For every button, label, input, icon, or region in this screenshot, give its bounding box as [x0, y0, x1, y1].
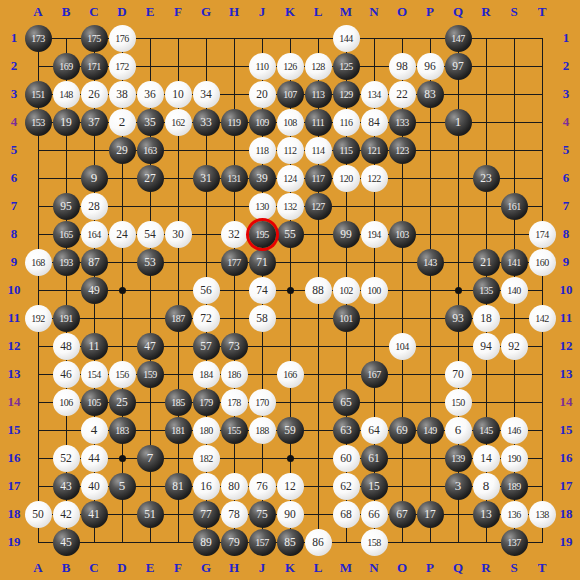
bottom-column-label: D [108, 558, 136, 578]
black-stone: 67 [389, 501, 416, 528]
white-stone: 66 [361, 501, 388, 528]
black-stone: 93 [445, 305, 472, 332]
black-stone: 157 [249, 529, 276, 556]
black-stone: 115 [333, 137, 360, 164]
black-stone: 103 [389, 221, 416, 248]
white-stone: 34 [193, 81, 220, 108]
bottom-column-label: C [80, 558, 108, 578]
left-row-label: 6 [0, 168, 28, 188]
black-stone: 131 [221, 165, 248, 192]
black-stone: 27 [137, 165, 164, 192]
white-stone: 88 [305, 277, 332, 304]
black-stone: 33 [193, 109, 220, 136]
left-row-label: 13 [0, 364, 28, 384]
black-stone: 83 [417, 81, 444, 108]
left-row-label: 14 [0, 392, 28, 412]
top-column-label: T [528, 2, 556, 22]
black-stone: 155 [221, 417, 248, 444]
black-stone: 17 [417, 501, 444, 528]
top-column-label: H [220, 2, 248, 22]
white-stone: 2 [109, 109, 136, 136]
black-stone: 65 [333, 389, 360, 416]
white-stone: 188 [249, 417, 276, 444]
white-stone: 12 [277, 473, 304, 500]
top-column-label: N [360, 2, 388, 22]
white-stone: 20 [249, 81, 276, 108]
right-row-label: 3 [552, 84, 580, 104]
black-stone: 153 [25, 109, 52, 136]
white-stone: 30 [165, 221, 192, 248]
right-row-label: 9 [552, 252, 580, 272]
white-stone: 14 [473, 445, 500, 472]
black-stone: 187 [165, 305, 192, 332]
white-stone: 126 [277, 53, 304, 80]
white-stone: 164 [81, 221, 108, 248]
top-column-label: J [248, 2, 276, 22]
white-stone: 162 [165, 109, 192, 136]
black-stone: 123 [389, 137, 416, 164]
right-row-label: 7 [552, 196, 580, 216]
top-column-label: Q [444, 2, 472, 22]
black-stone: 25 [109, 389, 136, 416]
left-row-label: 17 [0, 476, 28, 496]
star-point [119, 455, 126, 462]
white-stone: 16 [193, 473, 220, 500]
white-stone: 190 [501, 445, 528, 472]
white-stone: 4 [81, 417, 108, 444]
white-stone: 176 [109, 25, 136, 52]
left-row-label: 12 [0, 336, 28, 356]
top-column-label: K [276, 2, 304, 22]
black-stone: 43 [53, 473, 80, 500]
black-stone: 45 [53, 529, 80, 556]
white-stone: 52 [53, 445, 80, 472]
white-stone: 144 [333, 25, 360, 52]
black-stone: 133 [389, 109, 416, 136]
black-stone: 117 [305, 165, 332, 192]
black-stone-last-move: 195 [249, 221, 276, 248]
black-stone: 35 [137, 109, 164, 136]
white-stone: 28 [81, 193, 108, 220]
black-stone: 55 [277, 221, 304, 248]
black-stone: 9 [81, 165, 108, 192]
black-stone: 179 [193, 389, 220, 416]
bottom-column-label: H [220, 558, 248, 578]
top-column-label: C [80, 2, 108, 22]
black-stone: 125 [333, 53, 360, 80]
black-stone: 139 [445, 445, 472, 472]
black-stone: 29 [109, 137, 136, 164]
white-stone: 166 [277, 361, 304, 388]
black-stone: 5 [109, 473, 136, 500]
bottom-column-label: M [332, 558, 360, 578]
white-stone: 138 [529, 501, 556, 528]
white-stone: 118 [249, 137, 276, 164]
white-stone: 38 [109, 81, 136, 108]
bottom-column-label: N [360, 558, 388, 578]
white-stone: 102 [333, 277, 360, 304]
white-stone: 174 [529, 221, 556, 248]
right-row-label: 16 [552, 448, 580, 468]
white-stone: 48 [53, 333, 80, 360]
black-stone: 189 [501, 473, 528, 500]
top-column-label: O [388, 2, 416, 22]
black-stone: 79 [221, 529, 248, 556]
left-row-label: 2 [0, 56, 28, 76]
black-stone: 113 [305, 81, 332, 108]
left-row-label: 16 [0, 448, 28, 468]
top-column-label: S [500, 2, 528, 22]
white-stone: 140 [501, 277, 528, 304]
bottom-column-label: T [528, 558, 556, 578]
white-stone: 18 [473, 305, 500, 332]
bottom-column-label: Q [444, 558, 472, 578]
white-stone: 130 [249, 193, 276, 220]
white-stone: 114 [305, 137, 332, 164]
right-row-label: 15 [552, 420, 580, 440]
right-row-label: 12 [552, 336, 580, 356]
right-row-label: 17 [552, 476, 580, 496]
bottom-column-label: L [304, 558, 332, 578]
bottom-column-label: E [136, 558, 164, 578]
white-stone: 192 [25, 305, 52, 332]
right-row-label: 8 [552, 224, 580, 244]
black-stone: 87 [81, 249, 108, 276]
top-column-label: F [164, 2, 192, 22]
black-stone: 121 [361, 137, 388, 164]
bottom-column-label: B [52, 558, 80, 578]
left-row-label: 11 [0, 308, 28, 328]
left-row-label: 15 [0, 420, 28, 440]
bottom-column-label: F [164, 558, 192, 578]
black-stone: 111 [305, 109, 332, 136]
white-stone: 132 [277, 193, 304, 220]
white-stone: 6 [445, 417, 472, 444]
black-stone: 175 [81, 25, 108, 52]
black-stone: 69 [389, 417, 416, 444]
black-stone: 167 [361, 361, 388, 388]
black-stone: 159 [137, 361, 164, 388]
top-column-label: M [332, 2, 360, 22]
white-stone: 80 [221, 473, 248, 500]
white-stone: 184 [193, 361, 220, 388]
white-stone: 40 [81, 473, 108, 500]
bottom-column-label: G [192, 558, 220, 578]
white-stone: 110 [249, 53, 276, 80]
white-stone: 92 [501, 333, 528, 360]
white-stone: 156 [109, 361, 136, 388]
black-stone: 99 [333, 221, 360, 248]
white-stone: 178 [221, 389, 248, 416]
black-stone: 3 [445, 473, 472, 500]
top-column-label: G [192, 2, 220, 22]
white-stone: 10 [165, 81, 192, 108]
white-stone: 170 [249, 389, 276, 416]
black-stone: 19 [53, 109, 80, 136]
white-stone: 128 [305, 53, 332, 80]
right-row-label: 1 [552, 28, 580, 48]
left-row-label: 7 [0, 196, 28, 216]
white-stone: 8 [473, 473, 500, 500]
black-stone: 11 [81, 333, 108, 360]
right-row-label: 18 [552, 504, 580, 524]
bottom-column-label: K [276, 558, 304, 578]
black-stone: 171 [81, 53, 108, 80]
black-stone: 77 [193, 501, 220, 528]
black-stone: 163 [137, 137, 164, 164]
black-stone: 161 [501, 193, 528, 220]
black-stone: 75 [249, 501, 276, 528]
white-stone: 158 [361, 529, 388, 556]
white-stone: 84 [361, 109, 388, 136]
star-point [455, 287, 462, 294]
right-row-label: 5 [552, 140, 580, 160]
black-stone: 193 [53, 249, 80, 276]
top-column-label: E [136, 2, 164, 22]
white-stone: 160 [529, 249, 556, 276]
bottom-column-label: S [500, 558, 528, 578]
white-stone: 124 [277, 165, 304, 192]
white-stone: 104 [389, 333, 416, 360]
left-row-label: 3 [0, 84, 28, 104]
grid-line [430, 38, 431, 543]
black-stone: 57 [193, 333, 220, 360]
black-stone: 73 [221, 333, 248, 360]
black-stone: 147 [445, 25, 472, 52]
black-stone: 107 [277, 81, 304, 108]
right-row-label: 13 [552, 364, 580, 384]
top-column-label: A [24, 2, 52, 22]
white-stone: 100 [361, 277, 388, 304]
white-stone: 106 [53, 389, 80, 416]
black-stone: 53 [137, 249, 164, 276]
white-stone: 120 [333, 165, 360, 192]
star-point [287, 455, 294, 462]
bottom-column-label: A [24, 558, 52, 578]
black-stone: 41 [81, 501, 108, 528]
bottom-column-label: O [388, 558, 416, 578]
white-stone: 74 [249, 277, 276, 304]
black-stone: 97 [445, 53, 472, 80]
black-stone: 89 [193, 529, 220, 556]
black-stone: 39 [249, 165, 276, 192]
white-stone: 68 [333, 501, 360, 528]
top-column-label: D [108, 2, 136, 22]
right-row-label: 10 [552, 280, 580, 300]
black-stone: 151 [25, 81, 52, 108]
left-row-label: 1 [0, 28, 28, 48]
left-row-label: 8 [0, 224, 28, 244]
white-stone: 26 [81, 81, 108, 108]
go-board[interactable]: AABBCCDDEEFFGGHHJJKKLLMMNNOOPPQQRRSSTT11… [0, 0, 580, 580]
black-stone: 149 [417, 417, 444, 444]
white-stone: 70 [445, 361, 472, 388]
right-row-label: 6 [552, 168, 580, 188]
white-stone: 44 [81, 445, 108, 472]
white-stone: 32 [221, 221, 248, 248]
black-stone: 23 [473, 165, 500, 192]
white-stone: 142 [529, 305, 556, 332]
black-stone: 181 [165, 417, 192, 444]
black-stone: 63 [333, 417, 360, 444]
white-stone: 54 [137, 221, 164, 248]
white-stone: 150 [445, 389, 472, 416]
bottom-column-label: R [472, 558, 500, 578]
white-stone: 112 [277, 137, 304, 164]
white-stone: 98 [389, 53, 416, 80]
white-stone: 168 [25, 249, 52, 276]
black-stone: 145 [473, 417, 500, 444]
grid-line [38, 346, 543, 347]
right-row-label: 11 [552, 308, 580, 328]
white-stone: 22 [389, 81, 416, 108]
white-stone: 60 [333, 445, 360, 472]
top-column-label: L [304, 2, 332, 22]
white-stone: 148 [53, 81, 80, 108]
white-stone: 76 [249, 473, 276, 500]
black-stone: 81 [165, 473, 192, 500]
black-stone: 119 [221, 109, 248, 136]
left-row-label: 5 [0, 140, 28, 160]
left-row-label: 4 [0, 112, 28, 132]
black-stone: 49 [81, 277, 108, 304]
white-stone: 116 [333, 109, 360, 136]
black-stone: 109 [249, 109, 276, 136]
right-row-label: 14 [552, 392, 580, 412]
bottom-column-label: J [248, 558, 276, 578]
black-stone: 143 [417, 249, 444, 276]
black-stone: 59 [277, 417, 304, 444]
left-row-label: 18 [0, 504, 28, 524]
white-stone: 122 [361, 165, 388, 192]
white-stone: 50 [25, 501, 52, 528]
right-row-label: 19 [552, 532, 580, 552]
black-stone: 127 [305, 193, 332, 220]
top-column-label: P [416, 2, 444, 22]
black-stone: 101 [333, 305, 360, 332]
black-stone: 13 [473, 501, 500, 528]
white-stone: 182 [193, 445, 220, 472]
black-stone: 141 [501, 249, 528, 276]
black-stone: 173 [25, 25, 52, 52]
white-stone: 86 [305, 529, 332, 556]
black-stone: 71 [249, 249, 276, 276]
top-column-label: R [472, 2, 500, 22]
white-stone: 194 [361, 221, 388, 248]
black-stone: 7 [137, 445, 164, 472]
black-stone: 61 [361, 445, 388, 472]
white-stone: 58 [249, 305, 276, 332]
black-stone: 51 [137, 501, 164, 528]
white-stone: 94 [473, 333, 500, 360]
black-stone: 129 [333, 81, 360, 108]
star-point [119, 287, 126, 294]
white-stone: 36 [137, 81, 164, 108]
right-row-label: 2 [552, 56, 580, 76]
white-stone: 154 [81, 361, 108, 388]
black-stone: 169 [53, 53, 80, 80]
black-stone: 185 [165, 389, 192, 416]
white-stone: 62 [333, 473, 360, 500]
white-stone: 180 [193, 417, 220, 444]
black-stone: 135 [473, 277, 500, 304]
bottom-column-label: P [416, 558, 444, 578]
left-row-label: 19 [0, 532, 28, 552]
black-stone: 21 [473, 249, 500, 276]
black-stone: 85 [277, 529, 304, 556]
white-stone: 46 [53, 361, 80, 388]
white-stone: 136 [501, 501, 528, 528]
star-point [287, 287, 294, 294]
black-stone: 191 [53, 305, 80, 332]
black-stone: 177 [221, 249, 248, 276]
white-stone: 146 [501, 417, 528, 444]
black-stone: 165 [53, 221, 80, 248]
grid-line [542, 38, 543, 543]
black-stone: 183 [109, 417, 136, 444]
white-stone: 134 [361, 81, 388, 108]
white-stone: 90 [277, 501, 304, 528]
left-row-label: 10 [0, 280, 28, 300]
black-stone: 47 [137, 333, 164, 360]
white-stone: 108 [277, 109, 304, 136]
white-stone: 78 [221, 501, 248, 528]
white-stone: 96 [417, 53, 444, 80]
white-stone: 64 [361, 417, 388, 444]
top-column-label: B [52, 2, 80, 22]
black-stone: 31 [193, 165, 220, 192]
left-row-label: 9 [0, 252, 28, 272]
black-stone: 105 [81, 389, 108, 416]
white-stone: 72 [193, 305, 220, 332]
black-stone: 37 [81, 109, 108, 136]
black-stone: 95 [53, 193, 80, 220]
white-stone: 172 [109, 53, 136, 80]
black-stone: 15 [361, 473, 388, 500]
black-stone: 137 [501, 529, 528, 556]
black-stone: 1 [445, 109, 472, 136]
white-stone: 56 [193, 277, 220, 304]
white-stone: 42 [53, 501, 80, 528]
white-stone: 186 [221, 361, 248, 388]
white-stone: 24 [109, 221, 136, 248]
right-row-label: 4 [552, 112, 580, 132]
